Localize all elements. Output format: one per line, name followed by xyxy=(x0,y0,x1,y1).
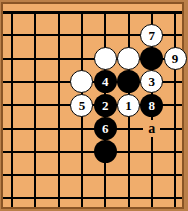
grid-vline xyxy=(58,11,60,208)
grid-hline xyxy=(3,197,182,199)
white-stone-move-3[interactable]: 3 xyxy=(140,70,163,93)
board-edge-line xyxy=(3,11,182,14)
go-board[interactable]: a794352186 xyxy=(3,4,182,207)
point-label-a[interactable]: a xyxy=(143,120,160,137)
go-diagram: a794352186 xyxy=(0,0,188,211)
black-stone[interactable] xyxy=(94,140,117,163)
grid-vline xyxy=(11,11,13,208)
black-stone-move-2[interactable]: 2 xyxy=(94,94,117,117)
white-stone-move-9[interactable]: 9 xyxy=(164,47,187,70)
grid-hline xyxy=(3,151,182,153)
black-stone-move-4[interactable]: 4 xyxy=(94,70,117,93)
grid-hline xyxy=(3,174,182,176)
white-stone[interactable] xyxy=(70,70,93,93)
black-stone-move-6[interactable]: 6 xyxy=(94,117,117,140)
black-stone-move-8[interactable]: 8 xyxy=(140,94,163,117)
white-stone-move-7[interactable]: 7 xyxy=(140,24,163,47)
black-stone[interactable] xyxy=(140,47,163,70)
black-stone[interactable] xyxy=(117,70,140,93)
grid-vline xyxy=(174,11,176,208)
grid-vline xyxy=(34,11,36,208)
white-stone[interactable] xyxy=(117,47,140,70)
white-stone-move-5[interactable]: 5 xyxy=(70,94,93,117)
white-stone[interactable] xyxy=(94,47,117,70)
white-stone-move-1[interactable]: 1 xyxy=(117,94,140,117)
